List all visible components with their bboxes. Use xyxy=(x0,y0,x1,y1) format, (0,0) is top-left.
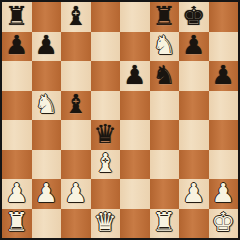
square-a3[interactable] xyxy=(2,150,32,180)
square-g1[interactable] xyxy=(179,209,209,239)
square-g6[interactable] xyxy=(179,61,209,91)
white-rook[interactable]: ♜ xyxy=(153,209,176,235)
square-e1[interactable] xyxy=(120,209,150,239)
square-f4[interactable] xyxy=(150,120,180,150)
black-pawn[interactable]: ♟ xyxy=(182,32,205,58)
square-a2[interactable]: ♟ xyxy=(2,179,32,209)
square-g5[interactable] xyxy=(179,91,209,121)
white-king[interactable]: ♚ xyxy=(212,209,235,235)
square-a8[interactable]: ♜ xyxy=(2,2,32,32)
square-g8[interactable]: ♚ xyxy=(179,2,209,32)
square-a7[interactable]: ♟ xyxy=(2,32,32,62)
square-d7[interactable] xyxy=(91,32,121,62)
square-a4[interactable] xyxy=(2,120,32,150)
square-d4[interactable]: ♛ xyxy=(91,120,121,150)
square-e2[interactable] xyxy=(120,179,150,209)
square-g2[interactable]: ♟ xyxy=(179,179,209,209)
square-b4[interactable] xyxy=(32,120,62,150)
square-b7[interactable]: ♟ xyxy=(32,32,62,62)
chess-board: ♜♝♜♚♟♟♞♟♟♞♟♞♝♛♝♟♟♟♟♟♜♛♜♚ xyxy=(0,0,240,240)
white-pawn[interactable]: ♟ xyxy=(212,180,235,206)
square-d3[interactable]: ♝ xyxy=(91,150,121,180)
square-g3[interactable] xyxy=(179,150,209,180)
black-pawn[interactable]: ♟ xyxy=(5,32,28,58)
square-d8[interactable] xyxy=(91,2,121,32)
white-queen[interactable]: ♛ xyxy=(94,209,117,235)
black-queen[interactable]: ♛ xyxy=(94,121,117,147)
square-e4[interactable] xyxy=(120,120,150,150)
black-pawn[interactable]: ♟ xyxy=(212,62,235,88)
square-d2[interactable] xyxy=(91,179,121,209)
square-g4[interactable] xyxy=(179,120,209,150)
square-b6[interactable] xyxy=(32,61,62,91)
black-pawn[interactable]: ♟ xyxy=(35,32,58,58)
square-f2[interactable] xyxy=(150,179,180,209)
square-f6[interactable]: ♞ xyxy=(150,61,180,91)
square-g7[interactable]: ♟ xyxy=(179,32,209,62)
square-e7[interactable] xyxy=(120,32,150,62)
square-a5[interactable] xyxy=(2,91,32,121)
square-c1[interactable] xyxy=(61,209,91,239)
white-pawn[interactable]: ♟ xyxy=(5,180,28,206)
square-d1[interactable]: ♛ xyxy=(91,209,121,239)
white-pawn[interactable]: ♟ xyxy=(182,180,205,206)
square-h2[interactable]: ♟ xyxy=(209,179,239,209)
square-f5[interactable] xyxy=(150,91,180,121)
black-king[interactable]: ♚ xyxy=(182,3,205,29)
square-b3[interactable] xyxy=(32,150,62,180)
square-e8[interactable] xyxy=(120,2,150,32)
square-b1[interactable] xyxy=(32,209,62,239)
square-c7[interactable] xyxy=(61,32,91,62)
square-d6[interactable] xyxy=(91,61,121,91)
square-c3[interactable] xyxy=(61,150,91,180)
square-h3[interactable] xyxy=(209,150,239,180)
white-rook[interactable]: ♜ xyxy=(5,209,28,235)
white-pawn[interactable]: ♟ xyxy=(35,180,58,206)
white-bishop[interactable]: ♝ xyxy=(94,150,117,176)
square-b2[interactable]: ♟ xyxy=(32,179,62,209)
black-rook[interactable]: ♜ xyxy=(5,3,28,29)
square-e6[interactable]: ♟ xyxy=(120,61,150,91)
black-pawn[interactable]: ♟ xyxy=(123,62,146,88)
square-b8[interactable] xyxy=(32,2,62,32)
white-pawn[interactable]: ♟ xyxy=(64,180,87,206)
black-bishop[interactable]: ♝ xyxy=(64,91,87,117)
square-a6[interactable] xyxy=(2,61,32,91)
square-h8[interactable] xyxy=(209,2,239,32)
square-a1[interactable]: ♜ xyxy=(2,209,32,239)
square-f1[interactable]: ♜ xyxy=(150,209,180,239)
square-c5[interactable]: ♝ xyxy=(61,91,91,121)
black-rook[interactable]: ♜ xyxy=(153,3,176,29)
square-e5[interactable] xyxy=(120,91,150,121)
square-h4[interactable] xyxy=(209,120,239,150)
square-h5[interactable] xyxy=(209,91,239,121)
black-knight[interactable]: ♞ xyxy=(153,62,176,88)
black-bishop[interactable]: ♝ xyxy=(64,3,87,29)
square-f3[interactable] xyxy=(150,150,180,180)
square-c4[interactable] xyxy=(61,120,91,150)
square-h6[interactable]: ♟ xyxy=(209,61,239,91)
square-f8[interactable]: ♜ xyxy=(150,2,180,32)
square-c2[interactable]: ♟ xyxy=(61,179,91,209)
square-b5[interactable]: ♞ xyxy=(32,91,62,121)
square-f7[interactable]: ♞ xyxy=(150,32,180,62)
square-c8[interactable]: ♝ xyxy=(61,2,91,32)
white-knight[interactable]: ♞ xyxy=(35,91,58,117)
square-h1[interactable]: ♚ xyxy=(209,209,239,239)
white-knight[interactable]: ♞ xyxy=(153,32,176,58)
square-d5[interactable] xyxy=(91,91,121,121)
square-e3[interactable] xyxy=(120,150,150,180)
square-c6[interactable] xyxy=(61,61,91,91)
square-h7[interactable] xyxy=(209,32,239,62)
